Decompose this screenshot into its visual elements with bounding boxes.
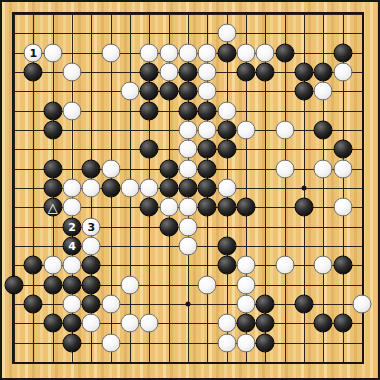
white-stone-13-7[interactable] (237, 121, 256, 140)
white-stone-13-3[interactable] (237, 43, 256, 62)
black-stone-8-6[interactable] (140, 101, 159, 120)
black-stone-12-14[interactable] (217, 256, 236, 275)
white-stone-9-4[interactable] (159, 63, 178, 82)
white-stone-8-10[interactable] (140, 179, 159, 198)
white-stone-11-3[interactable] (198, 43, 217, 62)
black-stone-4-15[interactable] (63, 275, 82, 294)
white-stone-10-3[interactable] (179, 43, 198, 62)
black-stone-10-6[interactable] (179, 101, 198, 120)
white-stone-10-8[interactable] (179, 140, 198, 159)
black-stone-17-7[interactable] (314, 121, 333, 140)
black-stone-16-16[interactable] (295, 295, 314, 314)
white-stone-5-12[interactable]: 3 (82, 217, 101, 236)
black-stone-2-16[interactable] (24, 295, 43, 314)
white-stone-7-10[interactable] (121, 179, 140, 198)
white-stone-15-14[interactable] (275, 256, 294, 275)
white-stone-11-7[interactable] (198, 121, 217, 140)
go-board-screenshot: 1△234 (0, 0, 380, 380)
white-stone-13-16[interactable] (237, 295, 256, 314)
black-stone-15-3[interactable] (275, 43, 294, 62)
black-stone-18-8[interactable] (333, 140, 352, 159)
white-stone-15-7[interactable] (275, 121, 294, 140)
white-stone-10-11[interactable] (179, 198, 198, 217)
star-point (186, 302, 191, 307)
white-stone-19-16[interactable] (353, 295, 372, 314)
white-stone-4-11[interactable] (63, 198, 82, 217)
white-stone-6-9[interactable] (101, 159, 120, 178)
move-number-4: 4 (68, 241, 76, 252)
white-stone-5-17[interactable] (82, 314, 101, 333)
white-stone-5-13[interactable] (82, 237, 101, 256)
white-stone-17-5[interactable] (314, 82, 333, 101)
black-stone-14-4[interactable] (256, 63, 275, 82)
black-stone-3-15[interactable] (43, 275, 62, 294)
white-stone-7-5[interactable] (121, 82, 140, 101)
black-stone-16-11[interactable] (295, 198, 314, 217)
white-stone-6-18[interactable] (101, 333, 120, 352)
black-stone-17-4[interactable] (314, 63, 333, 82)
black-stone-13-11[interactable] (237, 198, 256, 217)
black-stone-18-17[interactable] (333, 314, 352, 333)
black-stone-13-17[interactable] (237, 314, 256, 333)
black-stone-13-4[interactable] (237, 63, 256, 82)
white-stone-17-9[interactable] (314, 159, 333, 178)
black-stone-3-6[interactable] (43, 101, 62, 120)
white-stone-12-2[interactable] (217, 24, 236, 43)
black-stone-5-15[interactable] (82, 275, 101, 294)
black-stone-11-10[interactable] (198, 179, 217, 198)
black-stone-14-18[interactable] (256, 333, 275, 352)
black-stone-8-11[interactable] (140, 198, 159, 217)
white-stone-18-9[interactable] (333, 159, 352, 178)
black-stone-3-17[interactable] (43, 314, 62, 333)
white-stone-7-15[interactable] (121, 275, 140, 294)
white-stone-11-4[interactable] (198, 63, 217, 82)
black-stone-4-12[interactable]: 2 (63, 217, 82, 236)
black-stone-3-9[interactable] (43, 159, 62, 178)
black-stone-4-18[interactable] (63, 333, 82, 352)
white-stone-10-13[interactable] (179, 237, 198, 256)
black-stone-2-14[interactable] (24, 256, 43, 275)
black-stone-12-7[interactable] (217, 121, 236, 140)
white-stone-3-3[interactable] (43, 43, 62, 62)
black-stone-3-11[interactable]: △ (43, 198, 62, 217)
white-stone-2-3[interactable]: 1 (24, 43, 43, 62)
white-stone-17-14[interactable] (314, 256, 333, 275)
black-stone-4-13[interactable]: 4 (63, 237, 82, 256)
black-stone-8-8[interactable] (140, 140, 159, 159)
move-number-3: 3 (88, 221, 96, 232)
white-stone-11-15[interactable] (198, 275, 217, 294)
white-stone-15-9[interactable] (275, 159, 294, 178)
black-stone-12-13[interactable] (217, 237, 236, 256)
black-stone-11-9[interactable] (198, 159, 217, 178)
black-stone-9-10[interactable] (159, 179, 178, 198)
white-stone-14-3[interactable] (256, 43, 275, 62)
black-stone-10-10[interactable] (179, 179, 198, 198)
white-stone-10-12[interactable] (179, 217, 198, 236)
black-stone-5-16[interactable] (82, 295, 101, 314)
white-stone-4-6[interactable] (63, 101, 82, 120)
black-stone-14-17[interactable] (256, 314, 275, 333)
move-number-2: 2 (68, 221, 76, 232)
black-stone-3-7[interactable] (43, 121, 62, 140)
black-stone-9-9[interactable] (159, 159, 178, 178)
white-stone-13-18[interactable] (237, 333, 256, 352)
white-stone-8-17[interactable] (140, 314, 159, 333)
black-stone-5-9[interactable] (82, 159, 101, 178)
black-stone-18-14[interactable] (333, 256, 352, 275)
black-stone-9-5[interactable] (159, 82, 178, 101)
white-stone-10-7[interactable] (179, 121, 198, 140)
white-stone-7-17[interactable] (121, 314, 140, 333)
white-stone-18-11[interactable] (333, 198, 352, 217)
white-stone-3-14[interactable] (43, 256, 62, 275)
white-stone-13-15[interactable] (237, 275, 256, 294)
white-stone-6-16[interactable] (101, 295, 120, 314)
black-stone-4-17[interactable] (63, 314, 82, 333)
black-stone-8-4[interactable] (140, 63, 159, 82)
white-stone-4-16[interactable] (63, 295, 82, 314)
black-stone-12-3[interactable] (217, 43, 236, 62)
black-stone-16-5[interactable] (295, 82, 314, 101)
white-stone-10-9[interactable] (179, 159, 198, 178)
white-stone-4-10[interactable] (63, 179, 82, 198)
white-stone-12-17[interactable] (217, 314, 236, 333)
black-stone-3-10[interactable] (43, 179, 62, 198)
black-stone-5-14[interactable] (82, 256, 101, 275)
white-stone-8-3[interactable] (140, 43, 159, 62)
black-stone-14-16[interactable] (256, 295, 275, 314)
black-stone-6-10[interactable] (101, 179, 120, 198)
white-stone-12-18[interactable] (217, 333, 236, 352)
go-board-grid[interactable]: 1△234 (12, 12, 364, 364)
white-stone-4-14[interactable] (63, 256, 82, 275)
black-stone-10-4[interactable] (179, 63, 198, 82)
white-stone-11-5[interactable] (198, 82, 217, 101)
white-stone-12-6[interactable] (217, 101, 236, 120)
black-stone-2-4[interactable] (24, 63, 43, 82)
star-point (302, 186, 307, 191)
move-number-1: 1 (30, 47, 38, 58)
white-stone-5-10[interactable] (82, 179, 101, 198)
white-stone-4-4[interactable] (63, 63, 82, 82)
black-stone-8-5[interactable] (140, 82, 159, 101)
black-stone-11-11[interactable] (198, 198, 217, 217)
black-stone-10-5[interactable] (179, 82, 198, 101)
white-stone-9-3[interactable] (159, 43, 178, 62)
black-stone-11-8[interactable] (198, 140, 217, 159)
white-stone-13-14[interactable] (237, 256, 256, 275)
black-stone-16-4[interactable] (295, 63, 314, 82)
triangle-marker: △ (48, 200, 58, 213)
black-stone-12-11[interactable] (217, 198, 236, 217)
white-stone-9-11[interactable] (159, 198, 178, 217)
white-stone-6-3[interactable] (101, 43, 120, 62)
black-stone-9-12[interactable] (159, 217, 178, 236)
black-stone-1-15[interactable] (5, 275, 24, 294)
black-stone-11-6[interactable] (198, 101, 217, 120)
white-stone-18-4[interactable] (333, 63, 352, 82)
black-stone-18-3[interactable] (333, 43, 352, 62)
black-stone-12-8[interactable] (217, 140, 236, 159)
white-stone-12-10[interactable] (217, 179, 236, 198)
black-stone-17-17[interactable] (314, 314, 333, 333)
